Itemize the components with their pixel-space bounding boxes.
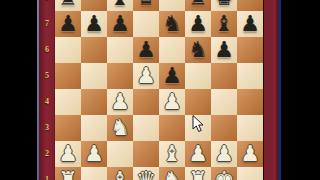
square-h2[interactable]: ♟ <box>237 141 263 167</box>
square-c4[interactable]: ♟ <box>107 89 133 115</box>
square-b1[interactable] <box>81 167 107 180</box>
rank-label-4: 4 <box>39 98 55 106</box>
board-frame-right <box>264 0 278 180</box>
piece-black-rook[interactable]: ♜ <box>185 0 211 11</box>
square-c6[interactable] <box>107 37 133 63</box>
square-a8[interactable]: ♜ <box>55 0 81 11</box>
square-h4[interactable] <box>237 89 263 115</box>
square-a7[interactable]: ♟ <box>55 11 81 37</box>
piece-white-pawn[interactable]: ♟ <box>211 141 237 167</box>
square-d5[interactable]: ♟ <box>133 63 159 89</box>
square-f2[interactable]: ♟ <box>185 141 211 167</box>
piece-black-queen[interactable]: ♛ <box>133 0 159 11</box>
square-f7[interactable]: ♟ <box>185 11 211 37</box>
square-g3[interactable] <box>211 115 237 141</box>
rank-label-3: 3 <box>39 124 55 132</box>
piece-white-pawn[interactable]: ♟ <box>107 89 133 115</box>
square-g6[interactable]: ♟ <box>211 37 237 63</box>
piece-white-pawn[interactable]: ♟ <box>159 89 185 115</box>
rank-label-2: 2 <box>39 150 55 158</box>
square-d6[interactable]: ♟ <box>133 37 159 63</box>
square-a4[interactable] <box>55 89 81 115</box>
square-c7[interactable]: ♟ <box>107 11 133 37</box>
square-b5[interactable] <box>81 63 107 89</box>
square-d3[interactable] <box>133 115 159 141</box>
square-e4[interactable]: ♟ <box>159 89 185 115</box>
square-e3[interactable] <box>159 115 185 141</box>
square-a1[interactable]: ♜ <box>55 167 81 180</box>
square-f1[interactable]: ♜ <box>185 167 211 180</box>
piece-black-pawn[interactable]: ♟ <box>159 63 185 89</box>
square-h3[interactable] <box>237 115 263 141</box>
square-e5[interactable]: ♟ <box>159 63 185 89</box>
square-e6[interactable] <box>159 37 185 63</box>
square-f8[interactable]: ♜ <box>185 0 211 11</box>
piece-white-pawn[interactable]: ♟ <box>237 141 263 167</box>
square-a5[interactable] <box>55 63 81 89</box>
piece-white-pawn[interactable]: ♟ <box>55 141 81 167</box>
square-c5[interactable] <box>107 63 133 89</box>
square-d8[interactable]: ♛ <box>133 0 159 11</box>
piece-white-pawn[interactable]: ♟ <box>133 63 159 89</box>
square-e1[interactable]: ♞ <box>159 167 185 180</box>
square-b7[interactable]: ♟ <box>81 11 107 37</box>
square-h1[interactable] <box>237 167 263 180</box>
piece-white-bishop[interactable]: ♝ <box>107 167 133 180</box>
piece-black-pawn[interactable]: ♟ <box>133 37 159 63</box>
piece-white-knight[interactable]: ♞ <box>159 167 185 180</box>
piece-black-bishop[interactable]: ♝ <box>107 0 133 11</box>
square-f6[interactable]: ♞ <box>185 37 211 63</box>
square-c1[interactable]: ♝ <box>107 167 133 180</box>
square-b6[interactable] <box>81 37 107 63</box>
piece-black-pawn[interactable]: ♟ <box>81 11 107 37</box>
rank-label-1: 1 <box>39 176 55 180</box>
rank-label-6: 6 <box>39 46 55 54</box>
square-h8[interactable] <box>237 0 263 11</box>
square-d4[interactable] <box>133 89 159 115</box>
rank-label-7: 7 <box>39 20 55 28</box>
piece-black-pawn[interactable]: ♟ <box>237 11 263 37</box>
piece-black-knight[interactable]: ♞ <box>185 37 211 63</box>
square-c8[interactable]: ♝ <box>107 0 133 11</box>
square-e7[interactable]: ♞ <box>159 11 185 37</box>
square-h6[interactable] <box>237 37 263 63</box>
square-g2[interactable]: ♟ <box>211 141 237 167</box>
square-g8[interactable]: ♚ <box>211 0 237 11</box>
square-b3[interactable] <box>81 115 107 141</box>
piece-white-king[interactable]: ♚ <box>211 167 237 180</box>
piece-black-bishop[interactable]: ♝ <box>211 11 237 37</box>
square-a2[interactable]: ♟ <box>55 141 81 167</box>
square-a3[interactable] <box>55 115 81 141</box>
rank-label-8: 8 <box>39 0 55 2</box>
square-h7[interactable]: ♟ <box>237 11 263 37</box>
square-b2[interactable]: ♟ <box>81 141 107 167</box>
square-a6[interactable] <box>55 37 81 63</box>
square-g1[interactable]: ♚ <box>211 167 237 180</box>
piece-black-rook[interactable]: ♜ <box>55 0 81 11</box>
piece-white-pawn[interactable]: ♟ <box>81 141 107 167</box>
square-h5[interactable] <box>237 63 263 89</box>
square-f4[interactable] <box>185 89 211 115</box>
mouse-cursor <box>192 115 204 133</box>
piece-white-rook[interactable]: ♜ <box>55 167 81 180</box>
square-c2[interactable] <box>107 141 133 167</box>
square-g5[interactable] <box>211 63 237 89</box>
square-d1[interactable]: ♛ <box>133 167 159 180</box>
piece-white-knight[interactable]: ♞ <box>107 115 133 141</box>
piece-black-pawn[interactable]: ♟ <box>55 11 81 37</box>
frame-edge-right <box>278 0 281 180</box>
piece-white-bishop[interactable]: ♝ <box>159 141 185 167</box>
square-g7[interactable]: ♝ <box>211 11 237 37</box>
piece-white-queen[interactable]: ♛ <box>133 167 159 180</box>
rank-label-5: 5 <box>39 72 55 80</box>
chess-app-window: 87654321 ♜♝♛♜♚♟♟♟♞♟♝♟♟♞♟♟♟♟♟♞♟♟♝♟♟♟♜♝♛♞♜… <box>0 0 320 180</box>
square-g4[interactable] <box>211 89 237 115</box>
square-b4[interactable] <box>81 89 107 115</box>
square-f5[interactable] <box>185 63 211 89</box>
piece-black-knight[interactable]: ♞ <box>159 11 185 37</box>
piece-white-rook[interactable]: ♜ <box>185 167 211 180</box>
square-d7[interactable] <box>133 11 159 37</box>
piece-white-pawn[interactable]: ♟ <box>185 141 211 167</box>
piece-black-pawn[interactable]: ♟ <box>211 37 237 63</box>
square-d2[interactable] <box>133 141 159 167</box>
chess-board[interactable]: ♜♝♛♜♚♟♟♟♞♟♝♟♟♞♟♟♟♟♟♞♟♟♝♟♟♟♜♝♛♞♜♚ <box>55 0 263 180</box>
piece-black-pawn[interactable]: ♟ <box>107 11 133 37</box>
square-e2[interactable]: ♝ <box>159 141 185 167</box>
piece-black-king[interactable]: ♚ <box>211 0 237 11</box>
square-b8[interactable] <box>81 0 107 11</box>
square-e8[interactable] <box>159 0 185 11</box>
square-c3[interactable]: ♞ <box>107 115 133 141</box>
piece-black-pawn[interactable]: ♟ <box>185 11 211 37</box>
